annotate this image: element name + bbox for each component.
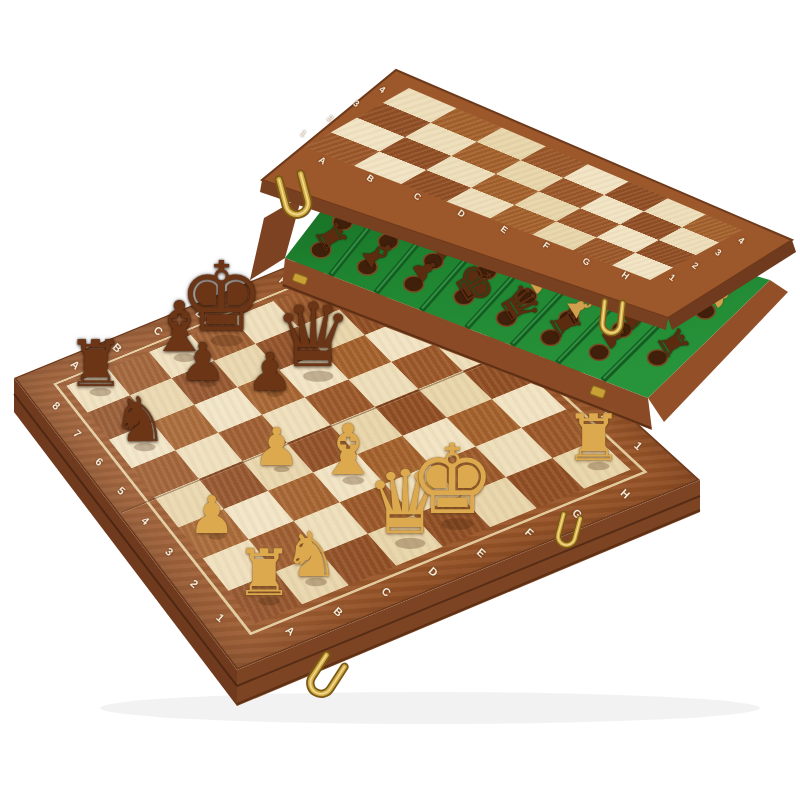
piece-white-king-e1[interactable]: ♚ [409,432,495,528]
piece-black-king-d8[interactable]: ♚ [179,249,265,345]
chess-set-product-photo: 1122334455667788AABBCCDDEEFFGGHH ♜♜♝♟♟♟♚… [0,0,800,800]
piece-white-knight-b1[interactable]: ♞ [283,524,339,586]
piece-white-rook-h1[interactable]: ♜ [565,406,622,470]
piece-white-pawn-c4[interactable]: ♟ [253,421,300,473]
piece-black-pawn-c7[interactable]: ♟ [179,336,226,388]
pieces-layer: ♜♝♚♟♞♟♛♟♟♝♜♞♛♚♜ [0,0,800,800]
piece-black-queen-e6[interactable]: ♛ [274,292,353,380]
piece-white-pawn-a3[interactable]: ♟ [188,489,235,541]
piece-black-knight-a6[interactable]: ♞ [112,389,168,451]
